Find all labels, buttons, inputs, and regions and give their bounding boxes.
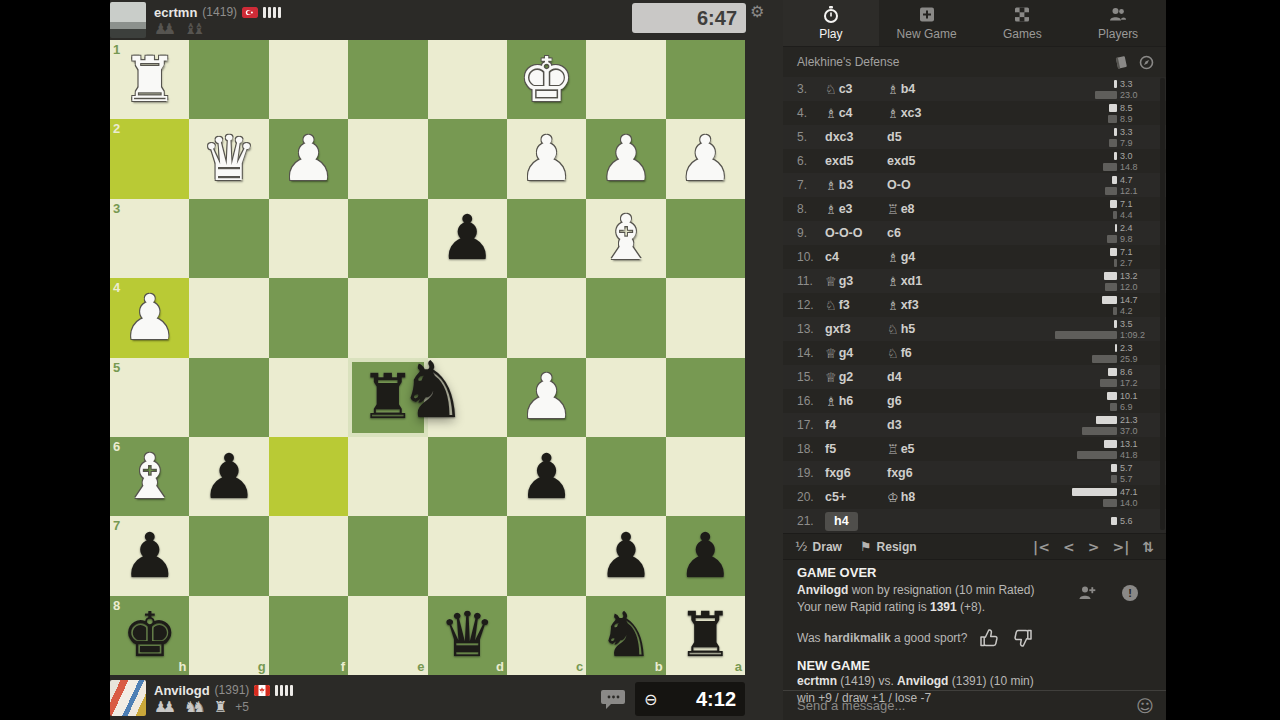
- white-bishop[interactable]: ♝: [110, 437, 189, 516]
- move-text: xc3: [901, 106, 922, 120]
- time-bar: [1111, 517, 1117, 525]
- square-h5[interactable]: 5: [110, 358, 189, 437]
- black-move[interactable]: g6: [887, 394, 1048, 408]
- time-bar: [1103, 163, 1117, 171]
- move-text: O-O: [887, 178, 911, 192]
- square-f6[interactable]: [269, 437, 348, 516]
- piece-figurine-icon: ♔: [887, 490, 899, 505]
- square-g8[interactable]: g: [189, 596, 268, 675]
- top-player-name[interactable]: ecrtmn: [154, 5, 197, 20]
- square-c6[interactable]: ♟: [507, 437, 586, 516]
- square-g6[interactable]: ♟: [189, 437, 268, 516]
- time-value: 3.3: [1120, 79, 1158, 89]
- settings-gear-icon[interactable]: ⚙: [750, 2, 764, 21]
- tab-play[interactable]: Play: [783, 0, 879, 46]
- black-move[interactable]: d5: [887, 130, 1048, 144]
- square-d6[interactable]: [428, 437, 507, 516]
- square-g7[interactable]: [189, 516, 268, 595]
- move-list-scrollbar[interactable]: [1160, 78, 1165, 530]
- piece-figurine-icon: ♘: [887, 322, 899, 337]
- white-pawn[interactable]: ♟: [586, 119, 665, 198]
- black-pawn[interactable]: ♟: [189, 437, 268, 516]
- white-move[interactable]: ♘c3: [825, 82, 887, 97]
- square-a1[interactable]: [666, 40, 745, 119]
- time-bar: [1104, 440, 1117, 448]
- time-bar: [1114, 80, 1117, 88]
- bottom-connection-bars-icon: [275, 685, 293, 696]
- file-label: e: [417, 659, 424, 674]
- move-times: 8.617.2: [1048, 367, 1166, 387]
- rank-label: 5: [113, 360, 120, 375]
- square-d2[interactable]: [428, 119, 507, 198]
- square-b2[interactable]: ♟: [586, 119, 665, 198]
- time-bar: [1108, 115, 1117, 123]
- time-bar: [1109, 104, 1117, 112]
- square-h6[interactable]: 6♝: [110, 437, 189, 516]
- move-text: d5: [887, 130, 902, 144]
- time-value: 37.0: [1120, 426, 1158, 436]
- new-rating-line: Your new Rapid rating is 1391 (+8).: [797, 599, 1152, 616]
- move-text: g4: [901, 250, 916, 264]
- time-value: 2.3: [1120, 343, 1158, 353]
- white-move[interactable]: ♗h6: [825, 394, 887, 409]
- time-value: 4.4: [1120, 210, 1158, 220]
- white-pawn[interactable]: ♟: [269, 119, 348, 198]
- black-pawn[interactable]: ♟: [110, 516, 189, 595]
- move-number: 10.: [797, 250, 825, 264]
- white-pawn[interactable]: ♟: [507, 358, 586, 437]
- move-times: 3.37.9: [1048, 127, 1166, 147]
- white-move[interactable]: c4: [825, 250, 887, 264]
- move-row: 15.♕g2d48.617.2: [783, 365, 1166, 389]
- square-b8[interactable]: b♞: [586, 596, 665, 675]
- time-value: 8.9: [1120, 114, 1158, 124]
- white-king[interactable]: ♚: [507, 40, 586, 119]
- piece-figurine-icon: ♗: [887, 298, 899, 313]
- time-value: 12.1: [1120, 186, 1158, 196]
- piece-figurine-icon: ♗: [825, 394, 837, 409]
- white-move[interactable]: O-O-O: [825, 226, 887, 240]
- square-a8[interactable]: a♜: [666, 596, 745, 675]
- time-value: 7.1: [1120, 199, 1158, 209]
- square-b4[interactable]: [586, 278, 665, 357]
- white-move[interactable]: ♘f3: [825, 298, 887, 313]
- black-move[interactable]: ♗xc3: [887, 106, 1048, 121]
- white-move[interactable]: ♗b3: [825, 178, 887, 193]
- first-move-button[interactable]: |<: [1033, 539, 1050, 555]
- move-text: exd5: [825, 154, 854, 168]
- white-move[interactable]: h4: [825, 512, 887, 531]
- draw-button[interactable]: ½ Draw: [795, 539, 842, 554]
- move-text: c6: [887, 226, 901, 240]
- time-bar: [1114, 320, 1117, 328]
- opening-book-icon[interactable]: [1114, 55, 1129, 70]
- square-f3[interactable]: [269, 199, 348, 278]
- chat-bar: Send a message... ☺: [783, 690, 1166, 720]
- time-bar: [1108, 368, 1117, 376]
- move-text: e5: [901, 442, 915, 456]
- time-value: 14.7: [1120, 295, 1158, 305]
- square-e7[interactable]: [348, 516, 427, 595]
- bottom-player-name[interactable]: Anvilogd: [154, 683, 210, 698]
- white-move[interactable]: f5: [825, 442, 887, 456]
- white-bishop[interactable]: ♝: [586, 199, 665, 278]
- thumbs-up-icon[interactable]: [979, 628, 1000, 648]
- move-number: 14.: [797, 346, 825, 360]
- move-text: c5+: [825, 490, 846, 504]
- time-bar: [1114, 152, 1117, 160]
- square-h8[interactable]: 8h♚: [110, 596, 189, 675]
- add-friend-icon[interactable]: [1078, 585, 1096, 601]
- move-text: b4: [901, 82, 916, 96]
- black-move[interactable]: ♗b4: [887, 82, 1048, 97]
- move-number: 12.: [797, 298, 825, 312]
- file-label: b: [655, 659, 663, 674]
- move-times: 5.75.7: [1048, 463, 1166, 483]
- black-move[interactable]: d4: [887, 370, 1048, 384]
- square-a6[interactable]: [666, 437, 745, 516]
- time-bar: [1107, 235, 1117, 243]
- bottom-player-rating: (1391): [215, 683, 250, 697]
- move-row: 10.c4♗g47.12.7: [783, 245, 1166, 269]
- piece-figurine-icon: ♗: [825, 106, 837, 121]
- time-bar: [1103, 499, 1117, 507]
- move-text: g3: [839, 274, 854, 288]
- black-pawn[interactable]: ♟: [507, 437, 586, 516]
- rank-label: 6: [113, 439, 120, 454]
- white-move[interactable]: gxf3: [825, 322, 887, 336]
- white-move[interactable]: ♕g4: [825, 346, 887, 361]
- rank-label: 1: [113, 42, 120, 57]
- black-move[interactable]: ♘h5: [887, 322, 1048, 337]
- move-times: 3.014.8: [1048, 151, 1166, 171]
- square-a2[interactable]: ♟: [666, 119, 745, 198]
- white-move[interactable]: fxg6: [825, 466, 887, 480]
- time-value: 41.8: [1120, 450, 1158, 460]
- file-label: a: [735, 659, 742, 674]
- time-bar: [1104, 272, 1117, 280]
- white-move[interactable]: dxc3: [825, 130, 887, 144]
- time-bar: [1102, 296, 1117, 304]
- move-row: 19.fxg6fxg65.75.7: [783, 461, 1166, 485]
- opening-row: Alekhine's Defense: [783, 47, 1166, 77]
- resign-flag-icon: ⚑: [860, 539, 872, 554]
- move-text: h6: [839, 394, 854, 408]
- thumbs-down-icon[interactable]: [1012, 628, 1033, 648]
- time-value: 5.7: [1120, 474, 1158, 484]
- square-b6[interactable]: [586, 437, 665, 516]
- white-move[interactable]: ♕g2: [825, 370, 887, 385]
- time-bar: [1082, 427, 1117, 435]
- captured-pawn-group: ♟♟: [154, 20, 176, 38]
- move-text: d4: [887, 370, 902, 384]
- tab-games[interactable]: Games: [975, 0, 1071, 46]
- report-alert-icon[interactable]: !: [1122, 585, 1138, 601]
- checkerboard-icon: [1014, 6, 1030, 23]
- move-row: 18.f5♖e513.141.8: [783, 437, 1166, 461]
- move-times: 10.16.9: [1048, 391, 1166, 411]
- piece-figurine-icon: ♘: [887, 346, 899, 361]
- next-move-button[interactable]: >: [1088, 539, 1100, 555]
- time-value: 4.2: [1120, 306, 1158, 316]
- rank-label: 3: [113, 201, 120, 216]
- square-e6[interactable]: [348, 437, 427, 516]
- square-c3[interactable]: [507, 199, 586, 278]
- square-f4[interactable]: [269, 278, 348, 357]
- captured-bishop-group: ♝♝: [184, 20, 206, 38]
- chat-input[interactable]: Send a message...: [797, 698, 1136, 713]
- time-value: 3.0: [1120, 151, 1158, 161]
- clock-minus-icon: ⊖: [644, 690, 657, 709]
- black-move[interactable]: ♔h8: [887, 490, 1048, 505]
- white-move[interactable]: c5+: [825, 490, 887, 504]
- move-text: dxc3: [825, 130, 854, 144]
- square-g4[interactable]: [189, 278, 268, 357]
- rank-label: 2: [113, 121, 120, 136]
- square-h7[interactable]: 7♟: [110, 516, 189, 595]
- piece-figurine-icon: ♗: [825, 202, 837, 217]
- white-move[interactable]: ♗c4: [825, 106, 887, 121]
- black-move[interactable]: ♘f6: [887, 346, 1048, 361]
- time-value: 25.9: [1120, 354, 1158, 364]
- white-move[interactable]: exd5: [825, 154, 887, 168]
- square-b1[interactable]: [586, 40, 665, 119]
- dragged-black-knight[interactable]: ♞: [388, 345, 478, 435]
- black-move[interactable]: c6: [887, 226, 1048, 240]
- square-d8[interactable]: d♛: [428, 596, 507, 675]
- tab-new-game[interactable]: New Game: [879, 0, 975, 46]
- move-times: 21.337.0: [1048, 415, 1166, 435]
- time-value: 2.7: [1120, 258, 1158, 268]
- piece-figurine-icon: ♗: [887, 82, 899, 97]
- game-over-panel: GAME OVER Anvilogd won by resignation (1…: [783, 561, 1166, 707]
- square-h1[interactable]: 1♜: [110, 40, 189, 119]
- piece-figurine-icon: ♗: [887, 250, 899, 265]
- square-f1[interactable]: [269, 40, 348, 119]
- move-text: e8: [901, 202, 915, 216]
- time-bar: [1114, 259, 1117, 267]
- square-h4[interactable]: 4♟: [110, 278, 189, 357]
- move-text: exd5: [887, 154, 916, 168]
- square-g2[interactable]: ♛: [189, 119, 268, 198]
- time-bar: [1095, 91, 1117, 99]
- move-number: 11.: [797, 274, 825, 288]
- time-value: 23.0: [1120, 90, 1158, 100]
- square-d1[interactable]: [428, 40, 507, 119]
- last-move-button[interactable]: >|: [1112, 539, 1129, 555]
- white-move[interactable]: f4: [825, 418, 887, 432]
- move-text: f5: [825, 442, 836, 456]
- square-d7[interactable]: [428, 516, 507, 595]
- chess-board[interactable]: 1♜♚2♛♟♟♟♟3♟♝4♟5♜♟6♝♟♟7♟♟♟8h♚gfed♛cb♞a♜♞: [110, 40, 745, 675]
- square-c4[interactable]: [507, 278, 586, 357]
- move-times: 7.12.7: [1048, 247, 1166, 267]
- move-number: 16.: [797, 394, 825, 408]
- move-text: b3: [839, 178, 854, 192]
- white-move[interactable]: ♕g3: [825, 274, 887, 289]
- time-bar: [1112, 176, 1117, 184]
- stopwatch-icon: [823, 6, 839, 23]
- time-value: 9.8: [1120, 234, 1158, 244]
- rank-label: 4: [113, 280, 120, 295]
- black-rook[interactable]: ♜: [666, 596, 745, 675]
- move-number: 13.: [797, 322, 825, 336]
- square-f5[interactable]: [269, 358, 348, 437]
- new-game-matchup: ecrtmn (1419) vs. Anvilogd (1391) (10 mi…: [797, 673, 1152, 690]
- flip-board-button[interactable]: ⇅: [1142, 539, 1154, 555]
- piece-figurine-icon: ♖: [887, 202, 899, 217]
- move-times: 13.141.8: [1048, 439, 1166, 459]
- move-text: g4: [839, 346, 854, 360]
- move-row: 4.♗c4♗xc38.58.9: [783, 101, 1166, 125]
- move-row: 16.♗h6g610.16.9: [783, 389, 1166, 413]
- file-label: d: [496, 659, 504, 674]
- square-c2[interactable]: ♟: [507, 119, 586, 198]
- top-player-avatar[interactable]: [110, 2, 146, 38]
- move-text: g6: [887, 394, 902, 408]
- black-move[interactable]: ♖e8: [887, 202, 1048, 217]
- square-h3[interactable]: 3: [110, 199, 189, 278]
- black-pawn[interactable]: ♟: [428, 199, 507, 278]
- white-rook[interactable]: ♜: [110, 40, 189, 119]
- piece-figurine-icon: ♗: [887, 106, 899, 121]
- square-b7[interactable]: ♟: [586, 516, 665, 595]
- move-number: 18.: [797, 442, 825, 456]
- move-number: 9.: [797, 226, 825, 240]
- move-text: f4: [825, 418, 836, 432]
- chat-bubble-icon[interactable]: [600, 688, 626, 710]
- time-bar: [1113, 211, 1117, 219]
- resign-button[interactable]: ⚑ Resign: [860, 539, 917, 554]
- move-text: d3: [887, 418, 902, 432]
- move-number: 3.: [797, 82, 825, 96]
- time-value: 5.6: [1120, 516, 1158, 526]
- move-text: O-O-O: [825, 226, 863, 240]
- bottom-player-bar: Anvilogd (1391) ♟♟♞♞♜+5 ⊖ 4:12: [110, 678, 783, 720]
- black-move[interactable]: O-O: [887, 178, 1048, 192]
- move-times: 47.114.0: [1048, 487, 1166, 507]
- square-g1[interactable]: [189, 40, 268, 119]
- time-bar: [1100, 379, 1117, 387]
- time-bar: [1114, 128, 1117, 136]
- black-pawn[interactable]: ♟: [586, 516, 665, 595]
- move-number: 4.: [797, 106, 825, 120]
- black-move[interactable]: ♗xf3: [887, 298, 1048, 313]
- move-times: 3.323.0: [1048, 79, 1166, 99]
- square-e2[interactable]: [348, 119, 427, 198]
- tab-players[interactable]: Players: [1070, 0, 1166, 46]
- bottom-player-avatar[interactable]: [110, 680, 146, 716]
- move-number: 15.: [797, 370, 825, 384]
- black-move[interactable]: fxg6: [887, 466, 1048, 480]
- square-a5[interactable]: [666, 358, 745, 437]
- square-a4[interactable]: [666, 278, 745, 357]
- move-row: 6.exd5exd53.014.8: [783, 149, 1166, 173]
- new-game-title: NEW GAME: [797, 658, 1152, 673]
- square-c1[interactable]: ♚: [507, 40, 586, 119]
- square-g3[interactable]: [189, 199, 268, 278]
- move-text: c4: [825, 250, 839, 264]
- time-value: 21.3: [1120, 415, 1158, 425]
- move-text: e3: [839, 202, 853, 216]
- move-row: 14.♕g4♘f62.325.9: [783, 341, 1166, 365]
- captured-pawn-group: ♟♟: [154, 698, 176, 716]
- square-d3[interactable]: ♟: [428, 199, 507, 278]
- time-bar: [1111, 475, 1117, 483]
- emoji-smiley-icon[interactable]: ☺: [1136, 696, 1154, 716]
- time-bar: [1105, 187, 1117, 195]
- time-value: 14.8: [1120, 162, 1158, 172]
- move-times: 4.712.1: [1048, 175, 1166, 195]
- file-label: h: [178, 659, 186, 674]
- opening-name: Alekhine's Defense: [797, 55, 899, 69]
- square-c7[interactable]: [507, 516, 586, 595]
- time-value: 8.6: [1120, 367, 1158, 377]
- rank-label: 7: [113, 518, 120, 533]
- time-bar: [1072, 488, 1117, 496]
- white-queen[interactable]: ♛: [189, 119, 268, 198]
- square-c8[interactable]: c: [507, 596, 586, 675]
- time-value: 3.3: [1120, 127, 1158, 137]
- move-text: h8: [901, 490, 916, 504]
- square-f8[interactable]: f: [269, 596, 348, 675]
- black-move[interactable]: d3: [887, 418, 1048, 432]
- black-move[interactable]: ♗g4: [887, 250, 1048, 265]
- square-c5[interactable]: ♟: [507, 358, 586, 437]
- piece-figurine-icon: ♖: [887, 442, 899, 457]
- time-bar: [1111, 464, 1117, 472]
- square-g5[interactable]: [189, 358, 268, 437]
- prev-move-button[interactable]: <: [1063, 539, 1075, 555]
- square-e1[interactable]: [348, 40, 427, 119]
- black-move[interactable]: ♖e5: [887, 442, 1048, 457]
- time-bar: [1107, 392, 1117, 400]
- move-text: h4: [834, 514, 849, 528]
- square-b3[interactable]: ♝: [586, 199, 665, 278]
- move-times: 2.49.8: [1048, 223, 1166, 243]
- square-e3[interactable]: [348, 199, 427, 278]
- move-row: 12.♘f3♗xf314.74.2: [783, 293, 1166, 317]
- board-column: ecrtmn (1419) ♟♟♝♝ 6:47 ⚙ 1♜♚2♛♟♟♟♟3♟♝4♟…: [110, 0, 783, 720]
- square-a7[interactable]: ♟: [666, 516, 745, 595]
- white-pawn[interactable]: ♟: [507, 119, 586, 198]
- move-text: gxf3: [825, 322, 851, 336]
- captured-knight-group: ♞♞: [184, 698, 206, 716]
- material-advantage: +5: [235, 700, 249, 714]
- white-move[interactable]: ♗e3: [825, 202, 887, 217]
- square-b5[interactable]: [586, 358, 665, 437]
- square-f7[interactable]: [269, 516, 348, 595]
- white-pawn[interactable]: ♟: [110, 278, 189, 357]
- white-pawn[interactable]: ♟: [666, 119, 745, 198]
- black-move[interactable]: ♗xd1: [887, 274, 1048, 289]
- time-bar: [1113, 307, 1117, 315]
- piece-figurine-icon: ♘: [825, 82, 837, 97]
- explore-compass-icon[interactable]: [1139, 55, 1154, 70]
- move-number: 19.: [797, 466, 825, 480]
- black-move[interactable]: exd5: [887, 154, 1048, 168]
- square-e8[interactable]: e: [348, 596, 427, 675]
- move-nav-buttons: |<<>>|⇅: [1033, 539, 1154, 555]
- square-h2[interactable]: 2: [110, 119, 189, 198]
- time-value: 6.9: [1120, 402, 1158, 412]
- square-a3[interactable]: [666, 199, 745, 278]
- black-pawn[interactable]: ♟: [666, 516, 745, 595]
- move-text: h5: [901, 322, 916, 336]
- top-player-clock: 6:47: [632, 3, 746, 33]
- time-bar: [1110, 403, 1117, 411]
- square-f2[interactable]: ♟: [269, 119, 348, 198]
